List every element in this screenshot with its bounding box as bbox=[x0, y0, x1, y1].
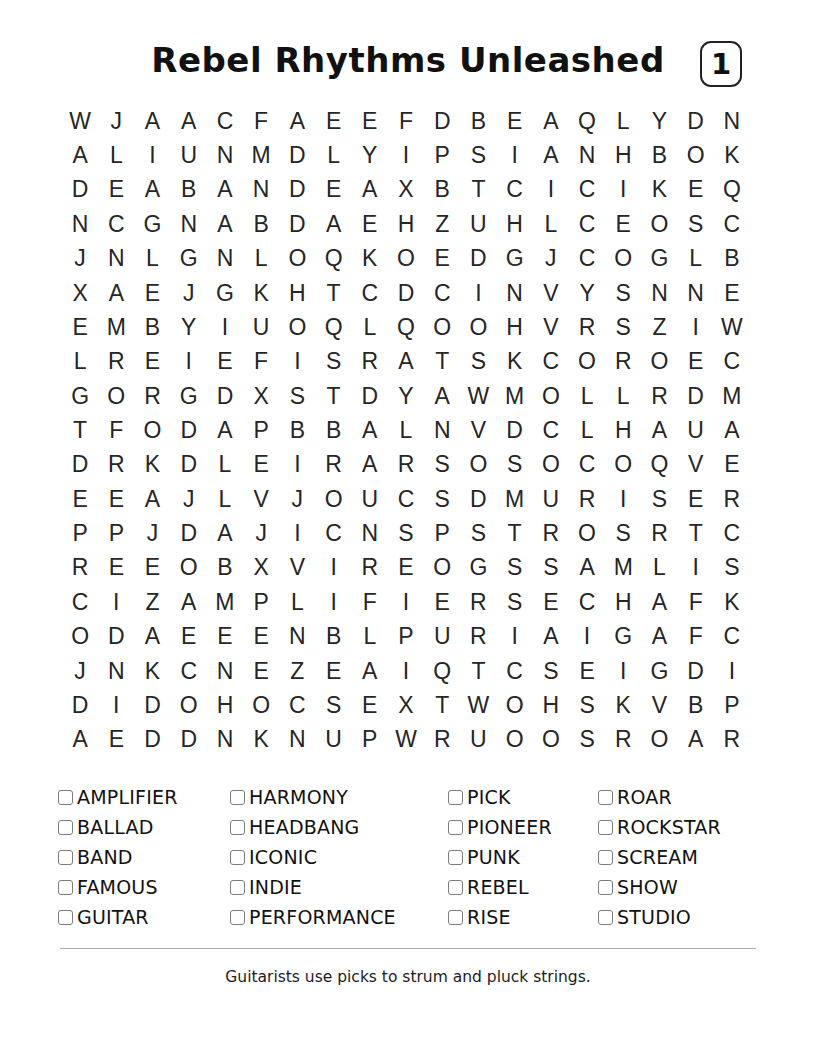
grid-cell: I bbox=[497, 138, 533, 172]
grid-cell: R bbox=[460, 620, 496, 654]
word-label: BALLAD bbox=[77, 816, 153, 838]
grid-cell: P bbox=[352, 723, 388, 757]
grid-cell: Q bbox=[424, 654, 460, 688]
word-checkbox[interactable] bbox=[598, 910, 613, 925]
grid-cell: S bbox=[605, 276, 641, 310]
grid-cell: S bbox=[533, 551, 569, 585]
grid-cell: C bbox=[497, 173, 533, 207]
grid-cell: A bbox=[207, 173, 243, 207]
grid-cell: A bbox=[424, 379, 460, 413]
grid-cell: A bbox=[641, 620, 677, 654]
grid-cell: T bbox=[315, 379, 351, 413]
grid-cell: C bbox=[569, 173, 605, 207]
grid-cell: O bbox=[641, 723, 677, 757]
word-item: PUNK bbox=[448, 842, 598, 872]
grid-cell: C bbox=[714, 516, 750, 550]
grid-cell: D bbox=[134, 723, 170, 757]
grid-cell: M bbox=[497, 482, 533, 516]
grid-cell: E bbox=[315, 173, 351, 207]
word-label: PIONEER bbox=[467, 816, 552, 838]
grid-cell: Z bbox=[279, 654, 315, 688]
grid-cell: O bbox=[641, 345, 677, 379]
grid-cell: O bbox=[279, 241, 315, 275]
grid-cell: Y bbox=[352, 138, 388, 172]
grid-cell: U bbox=[352, 482, 388, 516]
grid-cell: S bbox=[315, 345, 351, 379]
grid-cell: A bbox=[533, 104, 569, 138]
grid-cell: E bbox=[315, 654, 351, 688]
grid-cell: V bbox=[243, 482, 279, 516]
grid-cell: A bbox=[207, 516, 243, 550]
grid-cell: S bbox=[605, 310, 641, 344]
grid-cell: O bbox=[533, 448, 569, 482]
grid-cell: A bbox=[388, 345, 424, 379]
grid-cell: N bbox=[714, 104, 750, 138]
grid-cell: I bbox=[714, 654, 750, 688]
grid-cell: A bbox=[352, 173, 388, 207]
grid-cell: I bbox=[207, 310, 243, 344]
grid-cell: U bbox=[243, 310, 279, 344]
grid-cell: O bbox=[171, 688, 207, 722]
grid-cell: A bbox=[171, 585, 207, 619]
word-label: PICK bbox=[467, 786, 511, 808]
grid-cell: R bbox=[641, 379, 677, 413]
grid-cell: O bbox=[279, 310, 315, 344]
grid-cell: C bbox=[714, 345, 750, 379]
grid-cell: A bbox=[62, 138, 98, 172]
grid-cell: R bbox=[533, 516, 569, 550]
word-item: ICONIC bbox=[230, 842, 448, 872]
grid-cell: O bbox=[98, 379, 134, 413]
grid-cell: J bbox=[171, 276, 207, 310]
grid-cell: K bbox=[605, 688, 641, 722]
word-item: INDIE bbox=[230, 872, 448, 902]
word-item: AMPLIFIER bbox=[58, 782, 230, 812]
grid-cell: C bbox=[533, 413, 569, 447]
grid-cell: B bbox=[207, 551, 243, 585]
grid-cell: S bbox=[678, 207, 714, 241]
grid-cell: N bbox=[424, 413, 460, 447]
grid-cell: B bbox=[641, 138, 677, 172]
grid-cell: I bbox=[279, 448, 315, 482]
grid-cell: L bbox=[134, 241, 170, 275]
word-item: HARMONY bbox=[230, 782, 448, 812]
word-checkbox[interactable] bbox=[448, 820, 463, 835]
grid-cell: S bbox=[460, 345, 496, 379]
word-checkbox[interactable] bbox=[598, 820, 613, 835]
grid-cell: L bbox=[62, 345, 98, 379]
word-item: PICK bbox=[448, 782, 598, 812]
grid-cell: L bbox=[678, 241, 714, 275]
grid-cell: O bbox=[460, 448, 496, 482]
grid-cell: C bbox=[98, 207, 134, 241]
grid-cell: I bbox=[279, 516, 315, 550]
grid-cell: K bbox=[352, 241, 388, 275]
grid-cell: R bbox=[569, 482, 605, 516]
grid-cell: A bbox=[641, 413, 677, 447]
grid-cell: X bbox=[243, 379, 279, 413]
grid-cell: D bbox=[388, 276, 424, 310]
grid-cell: A bbox=[678, 723, 714, 757]
word-label: ROAR bbox=[617, 786, 672, 808]
word-label: REBEL bbox=[467, 876, 529, 898]
word-label: SHOW bbox=[617, 876, 678, 898]
word-checkbox[interactable] bbox=[58, 850, 73, 865]
word-item: ROAR bbox=[598, 782, 770, 812]
grid-cell: J bbox=[171, 482, 207, 516]
word-label: SCREAM bbox=[617, 846, 698, 868]
grid-cell: P bbox=[62, 516, 98, 550]
grid-cell: B bbox=[424, 173, 460, 207]
grid-cell: E bbox=[424, 585, 460, 619]
grid-cell: L bbox=[388, 413, 424, 447]
grid-cell: C bbox=[714, 620, 750, 654]
grid-cell: T bbox=[62, 413, 98, 447]
grid-cell: E bbox=[569, 654, 605, 688]
word-checkbox[interactable] bbox=[58, 910, 73, 925]
word-list: AMPLIFIERBALLADBANDFAMOUSGUITARHARMONYHE… bbox=[58, 782, 770, 932]
grid-cell: V bbox=[460, 413, 496, 447]
grid-cell: D bbox=[171, 723, 207, 757]
grid-cell: E bbox=[424, 241, 460, 275]
grid-cell: I bbox=[98, 585, 134, 619]
grid-cell: R bbox=[352, 345, 388, 379]
grid-cell: S bbox=[605, 516, 641, 550]
grid-cell: E bbox=[207, 345, 243, 379]
grid-cell: B bbox=[279, 413, 315, 447]
grid-cell: K bbox=[497, 345, 533, 379]
word-column: ROARROCKSTARSCREAMSHOWSTUDIO bbox=[598, 782, 770, 932]
grid-cell: N bbox=[171, 207, 207, 241]
grid-cell: H bbox=[605, 413, 641, 447]
grid-cell: E bbox=[352, 207, 388, 241]
grid-cell: G bbox=[171, 379, 207, 413]
grid-cell: I bbox=[460, 276, 496, 310]
grid-cell: O bbox=[424, 310, 460, 344]
word-checkbox[interactable] bbox=[598, 790, 613, 805]
grid-cell: C bbox=[533, 345, 569, 379]
word-checkbox[interactable] bbox=[230, 910, 245, 925]
grid-cell: T bbox=[424, 688, 460, 722]
grid-cell: D bbox=[171, 448, 207, 482]
grid-cell: I bbox=[98, 688, 134, 722]
word-checkbox[interactable] bbox=[58, 880, 73, 895]
grid-cell: B bbox=[171, 173, 207, 207]
grid-cell: C bbox=[569, 241, 605, 275]
grid-cell: D bbox=[134, 688, 170, 722]
grid-cell: A bbox=[352, 654, 388, 688]
grid-cell: E bbox=[678, 482, 714, 516]
grid-cell: L bbox=[352, 310, 388, 344]
grid-cell: F bbox=[388, 104, 424, 138]
word-label: AMPLIFIER bbox=[77, 786, 178, 808]
word-item: FAMOUS bbox=[58, 872, 230, 902]
grid-cell: E bbox=[98, 723, 134, 757]
grid-cell: H bbox=[533, 688, 569, 722]
grid-cell: R bbox=[460, 585, 496, 619]
word-label: ROCKSTAR bbox=[617, 816, 721, 838]
grid-cell: J bbox=[134, 516, 170, 550]
grid-cell: C bbox=[424, 276, 460, 310]
grid-cell: S bbox=[497, 585, 533, 619]
grid-cell: P bbox=[243, 585, 279, 619]
grid-cell: O bbox=[569, 345, 605, 379]
grid-cell: E bbox=[62, 482, 98, 516]
grid-cell: G bbox=[134, 207, 170, 241]
grid-cell: O bbox=[641, 207, 677, 241]
grid-cell: A bbox=[171, 104, 207, 138]
grid-cell: C bbox=[569, 448, 605, 482]
grid-cell: E bbox=[134, 276, 170, 310]
grid-cell: J bbox=[62, 241, 98, 275]
grid-cell: L bbox=[243, 241, 279, 275]
grid-cell: J bbox=[98, 104, 134, 138]
grid-cell: L bbox=[279, 585, 315, 619]
grid-cell: C bbox=[279, 688, 315, 722]
grid-cell: S bbox=[424, 448, 460, 482]
grid-cell: I bbox=[605, 654, 641, 688]
grid-cell: T bbox=[678, 516, 714, 550]
grid-cell: X bbox=[62, 276, 98, 310]
grid-cell: L bbox=[207, 448, 243, 482]
grid-cell: D bbox=[424, 104, 460, 138]
grid-cell: A bbox=[279, 104, 315, 138]
grid-cell: A bbox=[134, 482, 170, 516]
grid-cell: Z bbox=[641, 310, 677, 344]
word-item: BAND bbox=[58, 842, 230, 872]
grid-cell: H bbox=[207, 688, 243, 722]
word-checkbox[interactable] bbox=[448, 790, 463, 805]
grid-cell: R bbox=[605, 723, 641, 757]
grid-cell: Q bbox=[388, 310, 424, 344]
grid-cell: E bbox=[171, 620, 207, 654]
grid-cell: A bbox=[207, 207, 243, 241]
word-checkbox[interactable] bbox=[448, 850, 463, 865]
grid-cell: X bbox=[243, 551, 279, 585]
grid-cell: N bbox=[62, 207, 98, 241]
grid-cell: S bbox=[569, 688, 605, 722]
grid-cell: L bbox=[641, 551, 677, 585]
grid-cell: R bbox=[98, 448, 134, 482]
grid-cell: R bbox=[315, 448, 351, 482]
grid-cell: J bbox=[62, 654, 98, 688]
grid-cell: C bbox=[315, 516, 351, 550]
grid-cell: G bbox=[641, 654, 677, 688]
grid-cell: L bbox=[569, 379, 605, 413]
grid-cell: A bbox=[62, 723, 98, 757]
grid-cell: C bbox=[207, 104, 243, 138]
word-item: STUDIO bbox=[598, 902, 770, 932]
grid-cell: B bbox=[315, 413, 351, 447]
grid-cell: D bbox=[678, 654, 714, 688]
grid-cell: O bbox=[605, 241, 641, 275]
word-label: GUITAR bbox=[77, 906, 149, 928]
word-checkbox[interactable] bbox=[598, 880, 613, 895]
grid-cell: U bbox=[171, 138, 207, 172]
grid-cell: V bbox=[641, 688, 677, 722]
grid-cell: N bbox=[207, 654, 243, 688]
word-checkbox[interactable] bbox=[448, 910, 463, 925]
grid-cell: I bbox=[315, 551, 351, 585]
grid-cell: E bbox=[605, 207, 641, 241]
grid-cell: O bbox=[315, 482, 351, 516]
grid-cell: U bbox=[460, 723, 496, 757]
grid-cell: F bbox=[243, 104, 279, 138]
grid-cell: U bbox=[678, 413, 714, 447]
grid-cell: N bbox=[641, 276, 677, 310]
grid-cell: R bbox=[424, 723, 460, 757]
grid-cell: Z bbox=[134, 585, 170, 619]
hint-text: Guitarists use picks to strum and pluck … bbox=[0, 968, 816, 986]
grid-cell: E bbox=[134, 345, 170, 379]
grid-cell: D bbox=[62, 448, 98, 482]
grid-cell: D bbox=[352, 379, 388, 413]
grid-cell: O bbox=[460, 310, 496, 344]
grid-cell: E bbox=[62, 310, 98, 344]
word-checkbox[interactable] bbox=[58, 820, 73, 835]
grid-cell: D bbox=[98, 620, 134, 654]
grid-cell: O bbox=[497, 688, 533, 722]
grid-cell: D bbox=[460, 482, 496, 516]
word-column: HARMONYHEADBANGICONICINDIEPERFORMANCE bbox=[230, 782, 448, 932]
grid-cell: S bbox=[460, 516, 496, 550]
word-label: PUNK bbox=[467, 846, 520, 868]
grid-cell: B bbox=[315, 620, 351, 654]
grid-cell: R bbox=[352, 551, 388, 585]
word-checkbox[interactable] bbox=[230, 850, 245, 865]
grid-cell: K bbox=[134, 654, 170, 688]
grid-cell: F bbox=[243, 345, 279, 379]
grid-cell: U bbox=[460, 207, 496, 241]
grid-cell: R bbox=[62, 551, 98, 585]
grid-cell: A bbox=[134, 104, 170, 138]
grid-cell: V bbox=[533, 276, 569, 310]
grid-cell: S bbox=[279, 379, 315, 413]
grid-cell: D bbox=[62, 688, 98, 722]
grid-cell: S bbox=[388, 516, 424, 550]
grid-cell: E bbox=[497, 104, 533, 138]
grid-cell: T bbox=[424, 345, 460, 379]
grid-cell: E bbox=[98, 173, 134, 207]
word-checkbox[interactable] bbox=[230, 820, 245, 835]
grid-cell: E bbox=[98, 482, 134, 516]
grid-cell: W bbox=[62, 104, 98, 138]
grid-cell: Q bbox=[641, 448, 677, 482]
word-checkbox[interactable] bbox=[598, 850, 613, 865]
header: Rebel Rhythms Unleashed 1 bbox=[0, 40, 816, 90]
grid-cell: C bbox=[569, 585, 605, 619]
grid-cell: H bbox=[497, 310, 533, 344]
grid-cell: B bbox=[678, 688, 714, 722]
grid-cell: K bbox=[641, 173, 677, 207]
grid-cell: I bbox=[388, 585, 424, 619]
word-checkbox[interactable] bbox=[58, 790, 73, 805]
word-checkbox[interactable] bbox=[230, 790, 245, 805]
grid-cell: M bbox=[714, 379, 750, 413]
grid-cell: C bbox=[569, 207, 605, 241]
grid-cell: I bbox=[605, 482, 641, 516]
grid-cell: A bbox=[714, 413, 750, 447]
grid-cell: A bbox=[533, 138, 569, 172]
grid-cell: E bbox=[678, 345, 714, 379]
grid-cell: P bbox=[714, 688, 750, 722]
grid-cell: Y bbox=[641, 104, 677, 138]
grid-cell: V bbox=[678, 448, 714, 482]
grid-cell: I bbox=[497, 620, 533, 654]
word-item: ROCKSTAR bbox=[598, 812, 770, 842]
grid-cell: S bbox=[641, 482, 677, 516]
grid-cell: R bbox=[641, 516, 677, 550]
word-checkbox[interactable] bbox=[448, 880, 463, 895]
grid-cell: W bbox=[714, 310, 750, 344]
word-item: HEADBANG bbox=[230, 812, 448, 842]
grid-cell: G bbox=[62, 379, 98, 413]
grid-cell: H bbox=[605, 585, 641, 619]
grid-cell: P bbox=[243, 413, 279, 447]
grid-cell: E bbox=[533, 585, 569, 619]
grid-cell: E bbox=[243, 620, 279, 654]
grid-cell: E bbox=[678, 173, 714, 207]
grid-cell: N bbox=[678, 276, 714, 310]
grid-cell: Q bbox=[714, 173, 750, 207]
grid-cell: O bbox=[533, 723, 569, 757]
grid-cell: H bbox=[605, 138, 641, 172]
grid-cell: W bbox=[460, 379, 496, 413]
grid-cell: C bbox=[62, 585, 98, 619]
grid-cell: M bbox=[207, 585, 243, 619]
word-item: PERFORMANCE bbox=[230, 902, 448, 932]
grid-cell: I bbox=[569, 620, 605, 654]
grid-cell: U bbox=[315, 723, 351, 757]
grid-cell: O bbox=[678, 138, 714, 172]
grid-cell: Q bbox=[315, 310, 351, 344]
word-item: REBEL bbox=[448, 872, 598, 902]
grid-cell: T bbox=[315, 276, 351, 310]
grid-cell: L bbox=[98, 138, 134, 172]
grid-cell: D bbox=[678, 379, 714, 413]
grid-cell: L bbox=[315, 138, 351, 172]
grid-cell: N bbox=[243, 173, 279, 207]
grid-cell: S bbox=[569, 723, 605, 757]
grid-cell: A bbox=[315, 207, 351, 241]
grid-cell: D bbox=[460, 241, 496, 275]
grid-cell: R bbox=[98, 345, 134, 379]
word-item: SHOW bbox=[598, 872, 770, 902]
grid-cell: O bbox=[569, 516, 605, 550]
grid-cell: C bbox=[388, 482, 424, 516]
grid-cell: D bbox=[207, 379, 243, 413]
grid-cell: C bbox=[352, 276, 388, 310]
grid-cell: S bbox=[315, 688, 351, 722]
grid-cell: I bbox=[279, 345, 315, 379]
grid-cell: E bbox=[207, 620, 243, 654]
grid-cell: K bbox=[134, 448, 170, 482]
grid-cell: F bbox=[352, 585, 388, 619]
grid-cell: R bbox=[134, 379, 170, 413]
word-checkbox[interactable] bbox=[230, 880, 245, 895]
grid-cell: W bbox=[460, 688, 496, 722]
grid-cell: N bbox=[207, 138, 243, 172]
grid-cell: Z bbox=[424, 207, 460, 241]
word-item: SCREAM bbox=[598, 842, 770, 872]
grid-cell: R bbox=[605, 345, 641, 379]
grid-cell: C bbox=[714, 207, 750, 241]
grid-cell: A bbox=[134, 173, 170, 207]
grid-cell: D bbox=[279, 207, 315, 241]
grid-cell: H bbox=[388, 207, 424, 241]
grid-cell: M bbox=[243, 138, 279, 172]
word-item: RISE bbox=[448, 902, 598, 932]
